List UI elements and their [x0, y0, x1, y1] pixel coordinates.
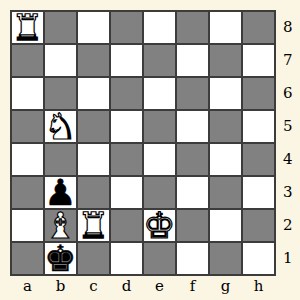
rank-label-2: 2 — [283, 210, 293, 241]
square-c6[interactable] — [78, 78, 109, 109]
square-h3[interactable] — [243, 177, 274, 208]
rank-label-6: 6 — [283, 78, 293, 109]
square-c7[interactable] — [78, 45, 109, 76]
square-a7[interactable] — [12, 45, 43, 76]
square-d2[interactable] — [111, 210, 142, 241]
square-d5[interactable] — [111, 111, 142, 142]
white-rook[interactable]: ♜ — [77, 210, 109, 241]
square-c3[interactable] — [78, 177, 109, 208]
square-g3[interactable] — [210, 177, 241, 208]
square-b8[interactable] — [45, 12, 76, 43]
chess-board: ♜♞♟♝♜♚♚ — [10, 10, 276, 276]
square-c5[interactable] — [78, 111, 109, 142]
square-b6[interactable] — [45, 78, 76, 109]
file-labels: abcdefgh — [12, 277, 274, 295]
square-h5[interactable] — [243, 111, 274, 142]
square-h7[interactable] — [243, 45, 274, 76]
file-label-f: f — [177, 277, 208, 295]
square-g2[interactable] — [210, 210, 241, 241]
square-a2[interactable] — [12, 210, 43, 241]
square-d8[interactable] — [111, 12, 142, 43]
square-g7[interactable] — [210, 45, 241, 76]
square-h1[interactable] — [243, 243, 274, 274]
square-a3[interactable] — [12, 177, 43, 208]
black-pawn[interactable]: ♟ — [44, 177, 76, 208]
square-b1[interactable]: ♚ — [45, 243, 76, 274]
square-g8[interactable] — [210, 12, 241, 43]
chess-diagram: ♜♞♟♝♜♚♚ 87654321 abcdefgh — [0, 0, 300, 300]
file-label-c: c — [78, 277, 109, 295]
square-b7[interactable] — [45, 45, 76, 76]
square-e8[interactable] — [144, 12, 175, 43]
square-e7[interactable] — [144, 45, 175, 76]
square-a1[interactable] — [12, 243, 43, 274]
rank-label-1: 1 — [283, 243, 293, 274]
square-b3[interactable]: ♟ — [45, 177, 76, 208]
square-g6[interactable] — [210, 78, 241, 109]
white-king[interactable]: ♚ — [143, 210, 175, 241]
file-label-g: g — [210, 277, 241, 295]
square-g4[interactable] — [210, 144, 241, 175]
square-c2[interactable]: ♜ — [78, 210, 109, 241]
square-h8[interactable] — [243, 12, 274, 43]
square-d7[interactable] — [111, 45, 142, 76]
square-c4[interactable] — [78, 144, 109, 175]
square-a8[interactable]: ♜ — [12, 12, 43, 43]
rank-label-3: 3 — [283, 177, 293, 208]
square-h2[interactable] — [243, 210, 274, 241]
file-label-h: h — [243, 277, 274, 295]
square-f5[interactable] — [177, 111, 208, 142]
square-d4[interactable] — [111, 144, 142, 175]
square-b5[interactable]: ♞ — [45, 111, 76, 142]
square-f4[interactable] — [177, 144, 208, 175]
black-king[interactable]: ♚ — [44, 243, 76, 274]
square-f6[interactable] — [177, 78, 208, 109]
rank-labels: 87654321 — [283, 12, 293, 274]
square-e4[interactable] — [144, 144, 175, 175]
square-b4[interactable] — [45, 144, 76, 175]
square-f1[interactable] — [177, 243, 208, 274]
square-f8[interactable] — [177, 12, 208, 43]
square-h4[interactable] — [243, 144, 274, 175]
white-knight[interactable]: ♞ — [44, 111, 76, 142]
rank-label-8: 8 — [283, 12, 293, 43]
file-label-b: b — [45, 277, 76, 295]
square-b2[interactable]: ♝ — [45, 210, 76, 241]
square-h6[interactable] — [243, 78, 274, 109]
white-bishop[interactable]: ♝ — [44, 210, 76, 241]
square-g1[interactable] — [210, 243, 241, 274]
square-d3[interactable] — [111, 177, 142, 208]
square-a6[interactable] — [12, 78, 43, 109]
rank-label-4: 4 — [283, 144, 293, 175]
square-g5[interactable] — [210, 111, 241, 142]
square-f3[interactable] — [177, 177, 208, 208]
square-e1[interactable] — [144, 243, 175, 274]
file-label-d: d — [111, 277, 142, 295]
square-c1[interactable] — [78, 243, 109, 274]
square-e3[interactable] — [144, 177, 175, 208]
rank-label-5: 5 — [283, 111, 293, 142]
square-d6[interactable] — [111, 78, 142, 109]
square-c8[interactable] — [78, 12, 109, 43]
square-e6[interactable] — [144, 78, 175, 109]
square-e5[interactable] — [144, 111, 175, 142]
white-rook[interactable]: ♜ — [11, 12, 43, 43]
square-a5[interactable] — [12, 111, 43, 142]
square-e2[interactable]: ♚ — [144, 210, 175, 241]
square-a4[interactable] — [12, 144, 43, 175]
square-f7[interactable] — [177, 45, 208, 76]
file-label-e: e — [144, 277, 175, 295]
file-label-a: a — [12, 277, 43, 295]
rank-label-7: 7 — [283, 45, 293, 76]
square-f2[interactable] — [177, 210, 208, 241]
square-d1[interactable] — [111, 243, 142, 274]
